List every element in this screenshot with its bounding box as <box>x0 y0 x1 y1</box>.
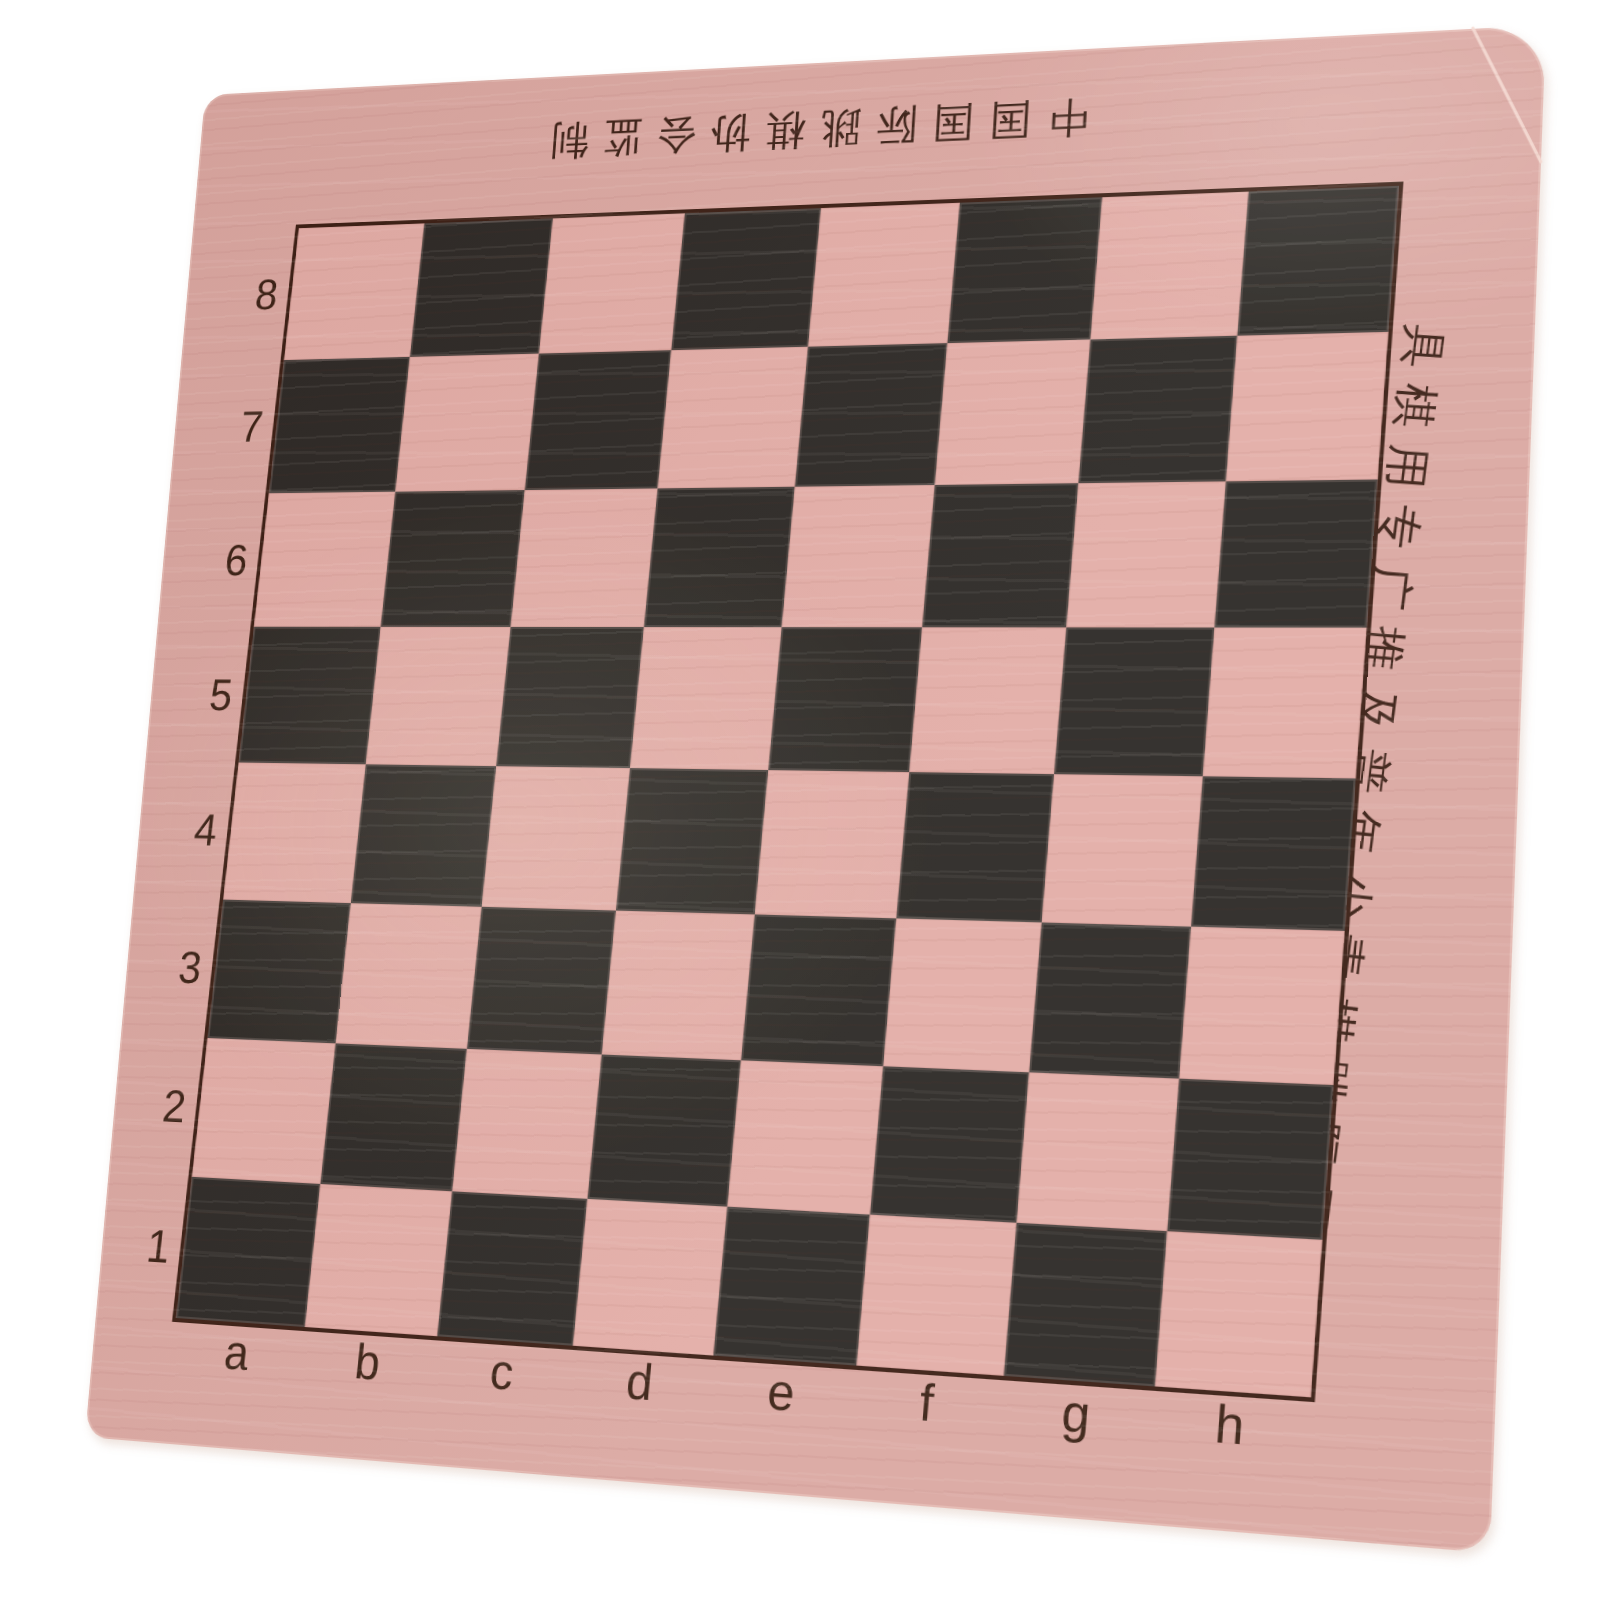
square-b5 <box>366 627 511 766</box>
file-label-g: g <box>998 1378 1155 1451</box>
square-e5 <box>768 627 922 772</box>
square-g4 <box>1041 774 1202 926</box>
crease-mark <box>1471 26 1543 164</box>
rank-label-1: 1 <box>119 1217 173 1274</box>
square-c1 <box>437 1192 587 1346</box>
square-c7 <box>525 350 672 490</box>
square-d4 <box>616 768 767 914</box>
square-h5 <box>1203 628 1367 779</box>
square-b2 <box>320 1043 467 1192</box>
square-g7 <box>1078 335 1237 482</box>
top-inscription: 中国国际跳棋协会监制 <box>507 83 1121 173</box>
rank-label-3: 3 <box>151 940 204 994</box>
board-photo: 中国国际跳棋协会监制 具棋用专广推及普年少青棋跳际国 87654321 abcd… <box>0 0 1600 1600</box>
rank-label-6: 6 <box>198 534 251 586</box>
square-c3 <box>467 907 616 1054</box>
square-e1 <box>713 1207 870 1366</box>
square-a1 <box>176 1177 320 1327</box>
file-label-e: e <box>707 1358 856 1428</box>
square-c8 <box>539 213 685 353</box>
square-d2 <box>588 1054 741 1207</box>
square-d6 <box>644 486 794 627</box>
square-c2 <box>452 1048 602 1199</box>
right-inscription-char: 用 <box>1380 442 1433 492</box>
square-h8 <box>1237 186 1399 336</box>
right-inscription-char: 棋 <box>1388 382 1441 431</box>
rank-label-8: 8 <box>228 269 280 321</box>
square-c6 <box>511 488 658 627</box>
board-grid-block: 87654321 abcdefgh <box>172 182 1403 1403</box>
square-f2 <box>870 1066 1029 1223</box>
rank-label-7: 7 <box>213 401 265 453</box>
square-g2 <box>1016 1072 1179 1232</box>
square-e8 <box>808 203 960 347</box>
square-h6 <box>1214 479 1377 628</box>
square-b7 <box>396 353 540 491</box>
rank-label-2: 2 <box>135 1078 189 1134</box>
square-g1 <box>1004 1223 1168 1386</box>
square-d7 <box>658 346 808 487</box>
file-label-f: f <box>851 1368 1004 1440</box>
square-f5 <box>909 628 1066 775</box>
square-a4 <box>223 762 366 902</box>
square-a2 <box>192 1038 336 1185</box>
square-h3 <box>1179 926 1345 1084</box>
square-b6 <box>381 490 525 628</box>
square-a6 <box>254 491 396 627</box>
square-g3 <box>1029 922 1191 1078</box>
square-h2 <box>1167 1078 1333 1240</box>
square-e7 <box>794 343 947 486</box>
file-label-d: d <box>567 1348 712 1417</box>
square-b1 <box>305 1184 452 1336</box>
square-b4 <box>351 764 497 906</box>
square-f6 <box>922 483 1078 628</box>
square-e4 <box>754 770 909 918</box>
square-h7 <box>1226 332 1388 481</box>
square-f7 <box>934 339 1090 484</box>
square-h1 <box>1155 1231 1322 1397</box>
square-b8 <box>410 218 553 356</box>
rank-label-5: 5 <box>182 668 235 720</box>
square-g6 <box>1066 481 1226 628</box>
rank-label-4: 4 <box>167 803 220 856</box>
square-a8 <box>284 223 424 359</box>
file-label-a: a <box>169 1320 304 1386</box>
square-d5 <box>630 627 781 770</box>
square-a3 <box>208 899 351 1043</box>
square-f4 <box>896 772 1054 922</box>
square-g8 <box>1090 192 1248 340</box>
square-f8 <box>947 197 1102 343</box>
square-h4 <box>1191 776 1356 930</box>
square-b3 <box>336 903 482 1048</box>
board-mat: 中国国际跳棋协会监制 具棋用专广推及普年少青棋跳际国 87654321 abcd… <box>85 25 1546 1553</box>
chessboard-grid <box>172 182 1403 1403</box>
square-e2 <box>727 1060 883 1215</box>
right-inscription-char: 专 <box>1372 502 1425 552</box>
square-a5 <box>239 627 381 764</box>
square-d1 <box>573 1199 727 1355</box>
square-c4 <box>482 766 630 910</box>
square-g5 <box>1054 628 1215 777</box>
file-label-b: b <box>299 1329 438 1396</box>
square-e3 <box>741 914 896 1066</box>
square-d3 <box>602 910 754 1059</box>
file-label-c: c <box>431 1338 573 1406</box>
square-a7 <box>269 357 410 493</box>
square-d8 <box>672 208 821 350</box>
square-c5 <box>496 627 644 768</box>
file-label-h: h <box>1150 1389 1311 1463</box>
square-f1 <box>856 1215 1016 1376</box>
square-e6 <box>781 484 934 627</box>
right-inscription-char: 具 <box>1396 322 1449 371</box>
square-f3 <box>883 918 1042 1072</box>
